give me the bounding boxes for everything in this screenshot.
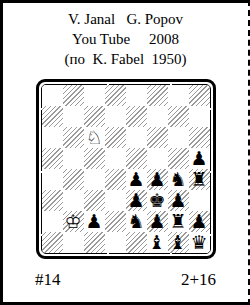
border-tick (210, 171, 213, 173)
square-g1: ♝ (168, 232, 189, 253)
square-a3 (42, 190, 63, 211)
square-h6 (189, 127, 210, 148)
black-rook-piece: ♜ (168, 211, 189, 232)
square-h4: ♜ (189, 169, 210, 190)
square-b8 (63, 85, 84, 106)
chess-board-frame: ♞♘♟♟♟♞♜♟♚♟♚♔♟♞♟♜♟♝♝♛ (36, 79, 216, 259)
black-pawn-piece: ♟ (168, 190, 189, 211)
square-d2 (105, 211, 126, 232)
square-a8 (42, 85, 63, 106)
black-pawn-piece: ♟ (147, 211, 168, 232)
square-a1 (42, 232, 63, 253)
square-d3 (105, 190, 126, 211)
square-c5 (84, 148, 105, 169)
square-e3: ♟ (126, 190, 147, 211)
square-c1 (84, 232, 105, 253)
black-pawn-piece: ♟ (189, 148, 210, 169)
square-f8 (147, 85, 168, 106)
square-c6: ♞♘ (84, 127, 105, 148)
square-e7 (126, 106, 147, 127)
square-e5 (126, 148, 147, 169)
white-king-piece: ♚♔ (63, 211, 84, 232)
square-e1 (126, 232, 147, 253)
border-tick (39, 234, 42, 236)
black-knight-piece: ♞ (126, 211, 147, 232)
border-tick (210, 108, 213, 110)
border-tick (210, 234, 213, 236)
black-pawn-piece: ♟ (147, 169, 168, 190)
square-f7 (147, 106, 168, 127)
square-d4 (105, 169, 126, 190)
border-tick (39, 171, 42, 173)
square-e8 (126, 85, 147, 106)
border-tick (107, 253, 109, 256)
black-king-piece: ♚ (147, 190, 168, 211)
black-bishop-piece: ♝ (147, 232, 168, 253)
square-f4: ♟ (147, 169, 168, 190)
square-c8 (84, 85, 105, 106)
square-a6 (42, 127, 63, 148)
border-tick (170, 82, 172, 85)
square-c2: ♟ (84, 211, 105, 232)
white-knight-piece: ♞♘ (84, 127, 105, 148)
square-h8 (189, 85, 210, 106)
black-bishop-piece: ♝ (168, 232, 189, 253)
square-h7 (189, 106, 210, 127)
chess-board: ♞♘♟♟♟♞♜♟♚♟♚♔♟♞♟♜♟♝♝♛ (42, 85, 210, 253)
square-f6 (147, 127, 168, 148)
square-c4 (84, 169, 105, 190)
square-h3 (189, 190, 210, 211)
square-e6 (126, 127, 147, 148)
square-e4: ♟ (126, 169, 147, 190)
square-d8 (105, 85, 126, 106)
square-c7 (84, 106, 105, 127)
square-h5: ♟ (189, 148, 210, 169)
square-b6 (63, 127, 84, 148)
square-a5 (42, 148, 63, 169)
square-h2: ♟ (189, 211, 210, 232)
material-count-label: 2+16 (181, 270, 216, 290)
black-pawn-piece: ♟ (126, 190, 147, 211)
square-d5 (105, 148, 126, 169)
square-b5 (63, 148, 84, 169)
black-queen-piece: ♛ (189, 232, 210, 253)
square-g4: ♞ (168, 169, 189, 190)
border-tick (107, 82, 109, 85)
square-g7 (168, 106, 189, 127)
square-f5 (147, 148, 168, 169)
diagram-page: V. Janal G. Popov You Tube 2008 (по K. F… (0, 0, 250, 305)
square-e2: ♞ (126, 211, 147, 232)
stipulation-label: #14 (35, 270, 61, 290)
square-d7 (105, 106, 126, 127)
black-pawn-piece: ♟ (84, 211, 105, 232)
square-d1 (105, 232, 126, 253)
border-tick (39, 108, 42, 110)
square-g3: ♟ (168, 190, 189, 211)
black-pawn-piece: ♟ (126, 169, 147, 190)
square-f1: ♝ (147, 232, 168, 253)
square-b4 (63, 169, 84, 190)
border-tick (170, 253, 172, 256)
square-b1 (63, 232, 84, 253)
square-a7 (42, 106, 63, 127)
black-pawn-piece: ♟ (189, 211, 210, 232)
header-authors: V. Janal G. Popov (3, 9, 248, 29)
square-b3 (63, 190, 84, 211)
square-c3 (84, 190, 105, 211)
square-h1: ♛ (189, 232, 210, 253)
black-rook-piece: ♜ (189, 169, 210, 190)
square-g8 (168, 85, 189, 106)
square-g2: ♜ (168, 211, 189, 232)
square-a2 (42, 211, 63, 232)
square-b7 (63, 106, 84, 127)
square-f3: ♚ (147, 190, 168, 211)
square-g5 (168, 148, 189, 169)
square-g6 (168, 127, 189, 148)
square-d6 (105, 127, 126, 148)
square-a4 (42, 169, 63, 190)
black-knight-piece: ♞ (168, 169, 189, 190)
header-attribution: (по K. Fabel 1950) (3, 49, 248, 69)
header-source: You Tube 2008 (3, 29, 248, 49)
square-f2: ♟ (147, 211, 168, 232)
square-b2: ♚♔ (63, 211, 84, 232)
